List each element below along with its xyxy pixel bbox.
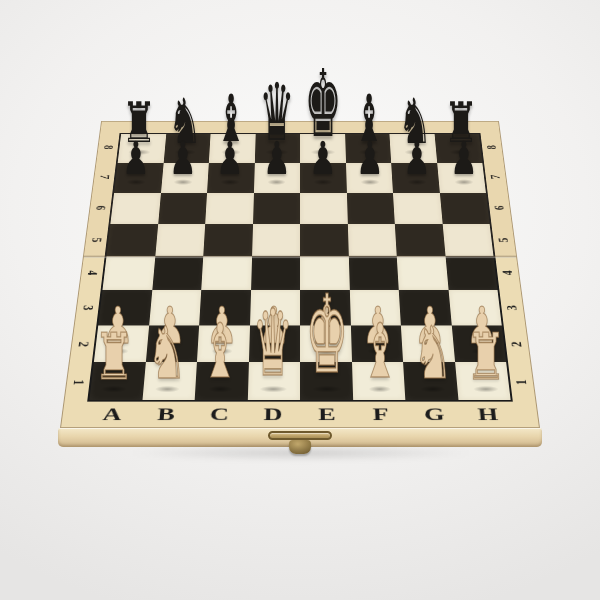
rank-label-4: 4 xyxy=(501,271,515,276)
square-g8[interactable] xyxy=(389,134,436,163)
square-c6[interactable] xyxy=(205,193,253,224)
file-label-g: G xyxy=(423,402,445,428)
square-a6[interactable] xyxy=(110,193,160,224)
rank-label-6: 6 xyxy=(94,206,108,211)
square-f8[interactable] xyxy=(345,134,391,163)
square-g2[interactable] xyxy=(401,325,455,362)
square-a4[interactable] xyxy=(102,256,154,290)
square-f1[interactable] xyxy=(352,362,406,400)
square-c2[interactable] xyxy=(197,325,250,362)
square-h4[interactable] xyxy=(445,256,497,290)
square-b6[interactable] xyxy=(158,193,207,224)
square-f3[interactable] xyxy=(349,290,400,325)
square-g5[interactable] xyxy=(395,224,445,256)
board-grid[interactable] xyxy=(87,133,513,402)
file-label-b: B xyxy=(156,402,175,428)
rank-label-4: 4 xyxy=(85,271,99,276)
square-c3[interactable] xyxy=(199,290,250,325)
rank-label-5: 5 xyxy=(89,237,103,242)
rank-label-5: 5 xyxy=(497,237,511,242)
file-label-f: F xyxy=(372,402,389,428)
square-d5[interactable] xyxy=(252,224,300,256)
rank-label-7: 7 xyxy=(489,175,502,179)
square-g1[interactable] xyxy=(403,362,458,400)
square-b5[interactable] xyxy=(155,224,205,256)
board-shadow xyxy=(68,444,534,462)
square-b8[interactable] xyxy=(163,134,210,163)
square-g4[interactable] xyxy=(397,256,448,290)
square-c8[interactable] xyxy=(209,134,255,163)
square-b1[interactable] xyxy=(142,362,197,400)
square-h8[interactable] xyxy=(434,134,482,163)
square-f7[interactable] xyxy=(346,163,393,193)
square-e8[interactable] xyxy=(300,134,346,163)
square-b2[interactable] xyxy=(145,325,199,362)
rank-label-7: 7 xyxy=(98,175,111,179)
file-label-h: H xyxy=(476,402,499,428)
square-d2[interactable] xyxy=(248,325,300,362)
square-c7[interactable] xyxy=(207,163,254,193)
square-a8[interactable] xyxy=(118,134,166,163)
square-g6[interactable] xyxy=(393,193,442,224)
square-b3[interactable] xyxy=(149,290,202,325)
square-f5[interactable] xyxy=(347,224,396,256)
photo-scene: 87654321 87654321 ABCDEFGH ♜♞♝♛♚♝♞♜♟♟♟♟♟… xyxy=(0,0,600,600)
rank-label-8: 8 xyxy=(102,145,115,149)
rank-label-2: 2 xyxy=(509,341,524,346)
square-e4[interactable] xyxy=(300,256,349,290)
rank-label-8: 8 xyxy=(485,145,498,149)
square-a1[interactable] xyxy=(89,362,145,400)
square-c4[interactable] xyxy=(201,256,251,290)
square-a5[interactable] xyxy=(107,224,158,256)
square-h7[interactable] xyxy=(437,163,486,193)
square-h2[interactable] xyxy=(451,325,506,362)
file-label-c: C xyxy=(210,402,230,428)
square-f2[interactable] xyxy=(350,325,403,362)
latch-plate xyxy=(268,431,332,440)
square-h5[interactable] xyxy=(442,224,493,256)
chess-board: 87654321 87654321 ABCDEFGH xyxy=(60,121,540,428)
rank-label-3: 3 xyxy=(505,305,520,310)
square-e2[interactable] xyxy=(300,325,352,362)
square-d8[interactable] xyxy=(254,134,300,163)
square-d4[interactable] xyxy=(251,256,300,290)
square-d1[interactable] xyxy=(247,362,300,400)
square-d3[interactable] xyxy=(250,290,300,325)
file-label-a: A xyxy=(102,402,124,428)
square-f6[interactable] xyxy=(346,193,394,224)
file-labels: ABCDEFGH xyxy=(61,402,539,428)
square-h3[interactable] xyxy=(448,290,502,325)
square-f4[interactable] xyxy=(348,256,398,290)
square-c1[interactable] xyxy=(195,362,249,400)
square-h1[interactable] xyxy=(455,362,511,400)
square-h6[interactable] xyxy=(439,193,489,224)
square-g7[interactable] xyxy=(391,163,439,193)
file-label-e: E xyxy=(318,402,336,428)
square-a3[interactable] xyxy=(98,290,152,325)
square-d7[interactable] xyxy=(254,163,300,193)
square-e5[interactable] xyxy=(300,224,348,256)
square-e3[interactable] xyxy=(300,290,350,325)
square-b4[interactable] xyxy=(152,256,203,290)
rank-label-3: 3 xyxy=(80,305,95,310)
square-a2[interactable] xyxy=(94,325,149,362)
square-e6[interactable] xyxy=(300,193,347,224)
square-a7[interactable] xyxy=(114,163,163,193)
square-d6[interactable] xyxy=(253,193,300,224)
rank-label-2: 2 xyxy=(76,341,91,346)
square-e7[interactable] xyxy=(300,163,346,193)
square-e1[interactable] xyxy=(300,362,353,400)
rank-label-1: 1 xyxy=(514,379,529,385)
rank-label-1: 1 xyxy=(71,379,86,385)
square-c5[interactable] xyxy=(203,224,252,256)
rank-label-6: 6 xyxy=(493,206,507,211)
square-g3[interactable] xyxy=(399,290,452,325)
board-border-top xyxy=(100,122,499,133)
file-label-d: D xyxy=(263,402,282,428)
square-b7[interactable] xyxy=(161,163,209,193)
